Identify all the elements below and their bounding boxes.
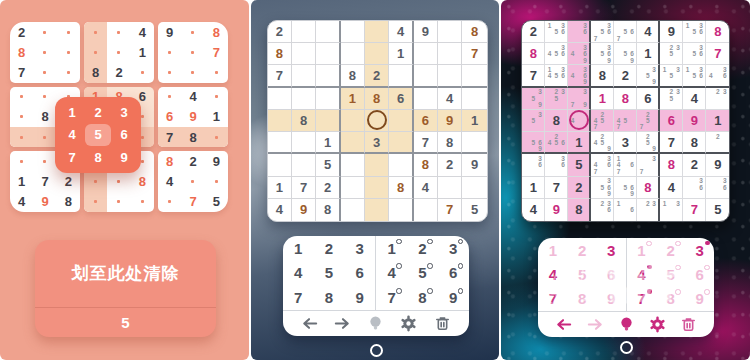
p2-cell-r2c5[interactable] xyxy=(365,43,389,65)
p2-cell-r8c1[interactable]: 1 xyxy=(268,177,292,199)
p2-cell-r5c3[interactable] xyxy=(316,110,340,132)
p3-cell-r4c8[interactable]: 4 xyxy=(683,88,706,110)
pencil-mark-5: 5 xyxy=(553,139,560,145)
p3-cell-r2c6[interactable]: 1 xyxy=(637,43,660,65)
p3-cell-r7c6[interactable]: 37 xyxy=(637,154,660,176)
p2-cell-r1c2[interactable] xyxy=(292,21,316,43)
p1-cell-r1c9[interactable]: 8 xyxy=(205,22,228,42)
p3-cell-r6c6[interactable]: 259 xyxy=(637,132,660,154)
p3-cell-r1c6[interactable]: 4 xyxy=(637,21,660,43)
pad-digit-7[interactable]: 7 xyxy=(294,290,302,305)
p1-cell-r7c1[interactable] xyxy=(10,151,33,171)
pad-digit-4[interactable]: 4 xyxy=(549,267,557,282)
p2-cell-r1c9[interactable]: 8 xyxy=(462,21,486,43)
p1-cell-r7c9[interactable]: 9 xyxy=(205,151,228,171)
p2-cell-r2c4[interactable] xyxy=(341,43,365,65)
p3-cell-r2c7[interactable]: 235 xyxy=(660,43,683,65)
p1-cell-r2c7[interactable] xyxy=(158,42,181,62)
p2-cell-r9c2[interactable]: 9 xyxy=(292,199,316,221)
note-digit-1[interactable]: 1 xyxy=(637,243,645,258)
p3-cell-r5c9[interactable]: 1 xyxy=(706,110,729,132)
p1-cell-r9c4[interactable] xyxy=(84,192,107,212)
p2-cell-r8c4[interactable] xyxy=(341,177,365,199)
p2-cell-r1c5[interactable] xyxy=(365,21,389,43)
pad-digit-6[interactable]: 6 xyxy=(607,267,615,282)
p1-cell-r4c8[interactable]: 4 xyxy=(181,87,204,107)
p2-cell-r8c6[interactable]: 8 xyxy=(389,177,413,199)
note-mode-dot xyxy=(647,289,652,294)
erase-trash-icon[interactable] xyxy=(433,314,452,333)
pad-digit-3[interactable]: 3 xyxy=(607,243,615,258)
p1-cell-r5c7[interactable]: 6 xyxy=(158,107,181,127)
p1-cell-r1c8[interactable] xyxy=(181,22,204,42)
note-digit-5[interactable]: 5 xyxy=(418,265,426,280)
p2-cell-r6c7[interactable]: 7 xyxy=(414,132,438,154)
p3-cell-r8c5[interactable]: 569 xyxy=(614,177,637,199)
p3-cell-r3c2[interactable]: 13456 xyxy=(545,65,568,87)
p3-cell-r2c4[interactable]: 3569 xyxy=(591,43,614,65)
p1-cell-r3c5[interactable]: 2 xyxy=(107,62,130,82)
p2-cell-r3c8[interactable] xyxy=(438,65,462,87)
note-digit-8[interactable]: 8 xyxy=(418,290,426,305)
pad-digit-4[interactable]: 4 xyxy=(294,265,302,280)
popup-digit-3[interactable]: 3 xyxy=(111,101,137,124)
p2-cell-r7c3[interactable]: 5 xyxy=(316,154,340,176)
p1-cell-r6c1[interactable] xyxy=(10,127,33,147)
p2-cell-r8c9[interactable] xyxy=(462,177,486,199)
p3-cell-r7c2[interactable]: 36 xyxy=(545,154,568,176)
p3-cell-r5c8[interactable]: 9 xyxy=(683,110,706,132)
p3-cell-r7c3[interactable]: 5 xyxy=(568,154,591,176)
p2-cell-r6c5[interactable]: 3 xyxy=(365,132,389,154)
p3-cell-r5c2[interactable]: 8 xyxy=(545,110,568,132)
p1-cell-r1c2[interactable] xyxy=(33,22,56,42)
p1-cell-r7c7[interactable]: 8 xyxy=(158,151,181,171)
p3-cell-r8c7[interactable]: 4 xyxy=(660,177,683,199)
p2-cell-r5c2[interactable]: 8 xyxy=(292,110,316,132)
p3-cell-r1c5[interactable]: 567 xyxy=(614,21,637,43)
p1-cell-r9c5[interactable] xyxy=(107,192,130,212)
popup-digit-9[interactable]: 9 xyxy=(111,146,137,169)
p2-cell-r5c1[interactable] xyxy=(268,110,292,132)
p2-cell-r6c9[interactable] xyxy=(462,132,486,154)
p3-cell-r6c7[interactable]: 7 xyxy=(660,132,683,154)
pad-digit-2[interactable]: 2 xyxy=(578,243,586,258)
pencil-mark-6: 6 xyxy=(537,162,544,168)
p1-cell-r9c1[interactable]: 4 xyxy=(10,192,33,212)
p3-cell-r8c9[interactable]: 36 xyxy=(706,177,729,199)
redo-arrow-icon[interactable] xyxy=(333,314,352,333)
redo-arrow-icon[interactable] xyxy=(586,315,605,334)
p1-cell-r2c8[interactable] xyxy=(181,42,204,62)
p2-cell-r4c2[interactable] xyxy=(292,88,316,110)
pencil-mark-2: 2 xyxy=(714,89,721,95)
p3-cell-r9c5[interactable]: 16 xyxy=(614,199,637,221)
pad-digit-7[interactable]: 7 xyxy=(549,291,557,306)
clear-gesture-card[interactable]: 划至此处清除 5 xyxy=(35,240,216,337)
p1-cell-r2c4[interactable] xyxy=(84,42,107,62)
p2-cell-r2c2[interactable] xyxy=(292,43,316,65)
p3-cell-r6c1[interactable]: 569 xyxy=(522,132,545,154)
p2-cell-r9c6[interactable] xyxy=(389,199,413,221)
p3-cell-r7c4[interactable]: 3467 xyxy=(591,154,614,176)
p3-cell-r3c1[interactable]: 7 xyxy=(522,65,545,87)
p3-cell-r6c9[interactable]: 2 xyxy=(706,132,729,154)
p1-cell-r2c3[interactable] xyxy=(57,42,80,62)
p2-cell-r2c1[interactable]: 8 xyxy=(268,43,292,65)
p3-cell-r5c1[interactable]: 35 xyxy=(522,110,545,132)
p1-cell-r1c1[interactable]: 2 xyxy=(10,22,33,42)
p3-cell-r7c7[interactable]: 8 xyxy=(660,154,683,176)
p1-cell-r9c2[interactable]: 9 xyxy=(33,192,56,212)
p1-cell-r3c4[interactable]: 8 xyxy=(84,62,107,82)
p3-cell-r8c3[interactable]: 2 xyxy=(568,177,591,199)
p2-cell-r6c6[interactable] xyxy=(389,132,413,154)
pad-digit-5[interactable]: 5 xyxy=(578,267,586,282)
p3-cell-r2c2[interactable]: 3456 xyxy=(545,43,568,65)
p3-cell-r5c3[interactable]: 4 xyxy=(568,110,591,132)
p2-cell-r7c6[interactable] xyxy=(389,154,413,176)
note-digit-3[interactable]: 3 xyxy=(449,241,457,256)
p1-cell-r3c7[interactable] xyxy=(158,62,181,82)
p3-cell-r6c2[interactable]: 2456 xyxy=(545,132,568,154)
p1-cell-r2c1[interactable]: 8 xyxy=(10,42,33,62)
p1-cell-r5c2[interactable]: 8 xyxy=(33,107,56,127)
note-digit-9[interactable]: 9 xyxy=(449,290,457,305)
pad-digit-2[interactable]: 2 xyxy=(325,241,333,256)
p1-cell-r1c6[interactable]: 4 xyxy=(131,22,154,42)
p2-cell-r2c9[interactable]: 7 xyxy=(462,43,486,65)
p3-cell-r4c1[interactable]: 359 xyxy=(522,88,545,110)
p2-cell-r7c8[interactable]: 2 xyxy=(438,154,462,176)
p3-cell-r9c1[interactable]: 4 xyxy=(522,199,545,221)
p2-cell-r4c3[interactable] xyxy=(316,88,340,110)
p2-cell-r3c4[interactable]: 8 xyxy=(341,65,365,87)
p1-cell-r8c3[interactable]: 2 xyxy=(57,172,80,192)
p2-cell-r4c5[interactable]: 8 xyxy=(365,88,389,110)
p3-cell-r6c3[interactable]: 1 xyxy=(568,132,591,154)
popup-digit-6[interactable]: 6 xyxy=(111,124,137,147)
note-digit-5[interactable]: 5 xyxy=(666,267,674,282)
p1-cell-r8c6[interactable]: 8 xyxy=(131,172,154,192)
p1-cell-r3c6[interactable] xyxy=(131,62,154,82)
undo-arrow-icon[interactable] xyxy=(300,314,319,333)
p3-cell-r1c7[interactable]: 9 xyxy=(660,21,683,43)
p3-cell-r4c3[interactable]: 379 xyxy=(568,88,591,110)
p2-cell-r3c6[interactable] xyxy=(389,65,413,87)
pad-digit-8[interactable]: 8 xyxy=(578,291,586,306)
p3-cell-r9c8[interactable]: 7 xyxy=(683,199,706,221)
p3-cell-r1c9[interactable]: 8 xyxy=(706,21,729,43)
p3-cell-r3c8[interactable]: 1356 xyxy=(683,65,706,87)
p3-cell-r1c3[interactable]: 36 xyxy=(568,21,591,43)
p3-cell-r9c9[interactable]: 5 xyxy=(706,199,729,221)
p3-cell-r4c5[interactable]: 8 xyxy=(614,88,637,110)
p3-cell-r7c5[interactable]: 1467 xyxy=(614,154,637,176)
p2-cell-r9c1[interactable]: 4 xyxy=(268,199,292,221)
note-digit-3[interactable]: 3 xyxy=(696,243,704,258)
pad-digit-8[interactable]: 8 xyxy=(325,290,333,305)
p2-cell-r4c9[interactable] xyxy=(462,88,486,110)
p3-cell-r8c2[interactable]: 7 xyxy=(545,177,568,199)
erase-trash-icon[interactable] xyxy=(679,315,698,334)
p3-cell-r1c4[interactable]: 3567 xyxy=(591,21,614,43)
pad-digit-6[interactable]: 6 xyxy=(356,265,364,280)
pencil-mark-6: 6 xyxy=(698,51,705,57)
p1-cell-r7c2[interactable] xyxy=(33,151,56,171)
note-digit-6[interactable]: 6 xyxy=(449,265,457,280)
p3-cell-r6c5[interactable]: 3 xyxy=(614,132,637,154)
p2-cell-r7c2[interactable] xyxy=(292,154,316,176)
p2-cell-r1c8[interactable] xyxy=(438,21,462,43)
popup-digit-2[interactable]: 2 xyxy=(85,101,111,124)
p1-cell-r4c9[interactable] xyxy=(205,87,228,107)
drag-handle-ring[interactable] xyxy=(370,344,383,357)
p3-cell-r2c9[interactable]: 7 xyxy=(706,43,729,65)
p3-cell-r5c5[interactable]: 457 xyxy=(614,110,637,132)
p3-cell-r3c5[interactable]: 2 xyxy=(614,65,637,87)
p1-cell-r8c8[interactable] xyxy=(181,172,204,192)
p2-cell-r1c6[interactable]: 4 xyxy=(389,21,413,43)
p1-cell-r8c2[interactable]: 7 xyxy=(33,172,56,192)
p3-cell-r7c1[interactable]: 36 xyxy=(522,154,545,176)
p1-cell-r2c9[interactable]: 7 xyxy=(205,42,228,62)
note-digit-2[interactable]: 2 xyxy=(666,243,674,258)
p1-cell-r5c1[interactable] xyxy=(10,107,33,127)
p2-cell-r1c4[interactable] xyxy=(341,21,365,43)
p3-cell-r9c7[interactable]: 13 xyxy=(660,199,683,221)
p3-cell-r4c6[interactable]: 6 xyxy=(637,88,660,110)
p2-cell-r3c2[interactable] xyxy=(292,65,316,87)
p2-cell-r5c5[interactable] xyxy=(365,110,389,132)
pencil-mark-5: 5 xyxy=(622,117,629,123)
p3-cell-r6c8[interactable]: 8 xyxy=(683,132,706,154)
p1-cell-r9c3[interactable]: 8 xyxy=(57,192,80,212)
undo-arrow-icon[interactable] xyxy=(554,315,573,334)
p2-cell-r9c7[interactable] xyxy=(414,199,438,221)
p1-cell-r6c2[interactable] xyxy=(33,127,56,147)
p1-cell-r2c5[interactable] xyxy=(107,42,130,62)
p2-cell-r3c9[interactable] xyxy=(462,65,486,87)
p1-cell-r7c8[interactable]: 2 xyxy=(181,151,204,171)
p1-cell-r6c9[interactable] xyxy=(205,127,228,147)
p1-cell-r4c2[interactable] xyxy=(33,87,56,107)
p2-cell-r2c8[interactable] xyxy=(438,43,462,65)
p3-cell-r4c9[interactable]: 23 xyxy=(706,88,729,110)
p2-cell-r5c4[interactable] xyxy=(341,110,365,132)
hint-bulb-icon[interactable] xyxy=(617,315,636,334)
p3-cell-r2c5[interactable]: 569 xyxy=(614,43,637,65)
p1-cell-r3c2[interactable] xyxy=(33,62,56,82)
popup-digit-7[interactable]: 7 xyxy=(59,146,85,169)
drag-handle-ring[interactable] xyxy=(620,341,633,354)
p2-cell-r8c2[interactable]: 7 xyxy=(292,177,316,199)
p2-cell-r5c7[interactable]: 6 xyxy=(414,110,438,132)
p1-cell-r8c5[interactable] xyxy=(107,172,130,192)
p1-cell-r8c1[interactable]: 1 xyxy=(10,172,33,192)
note-digit-2[interactable]: 2 xyxy=(418,241,426,256)
p2-cell-r6c1[interactable] xyxy=(268,132,292,154)
p3-cell-r5c6[interactable]: 257 xyxy=(637,110,660,132)
pencil-marks: 36 xyxy=(569,22,588,41)
p3-cell-r1c8[interactable]: 1356 xyxy=(683,21,706,43)
p3-cell-r9c6[interactable]: 23 xyxy=(637,199,660,221)
p2-cell-r3c3[interactable] xyxy=(316,65,340,87)
popup-digit-4[interactable]: 4 xyxy=(59,124,85,147)
p3-cell-r4c2[interactable]: 235 xyxy=(545,88,568,110)
p3-cell-r4c7[interactable]: 235 xyxy=(660,88,683,110)
p2-cell-r9c9[interactable]: 5 xyxy=(462,199,486,221)
p2-cell-r2c6[interactable]: 1 xyxy=(389,43,413,65)
p2-cell-r1c7[interactable]: 9 xyxy=(414,21,438,43)
p2-cell-r7c1[interactable] xyxy=(268,154,292,176)
p1-cell-r2c6[interactable]: 1 xyxy=(131,42,154,62)
popup-digit-5[interactable]: 5 xyxy=(85,124,111,147)
pencil-mark-3: 3 xyxy=(675,66,682,72)
given-digit: 1 xyxy=(324,135,331,150)
p2-cell-r8c5[interactable] xyxy=(365,177,389,199)
pad-digit-9[interactable]: 9 xyxy=(607,291,615,306)
pencil-mark-4: 4 xyxy=(546,139,553,145)
p3-cell-r2c3[interactable]: 3469 xyxy=(568,43,591,65)
p3-cell-r7c8[interactable]: 2 xyxy=(683,154,706,176)
note-digit-8[interactable]: 8 xyxy=(666,291,674,306)
p1-cell-r5c8[interactable]: 9 xyxy=(181,107,204,127)
p1-cell-r4c1[interactable] xyxy=(10,87,33,107)
p2-cell-r2c3[interactable] xyxy=(316,43,340,65)
p2-cell-r3c1[interactable]: 7 xyxy=(268,65,292,87)
p2-cell-r7c5[interactable] xyxy=(365,154,389,176)
p3-cell-r6c4[interactable]: 2459 xyxy=(591,132,614,154)
pencil-mark-5: 5 xyxy=(530,117,537,123)
p2-cell-r4c8[interactable]: 4 xyxy=(438,88,462,110)
p2-cell-r4c7[interactable] xyxy=(414,88,438,110)
pad-digit-3[interactable]: 3 xyxy=(356,241,364,256)
pad-digit-1[interactable]: 1 xyxy=(294,241,302,256)
p2-cell-r7c4[interactable] xyxy=(341,154,365,176)
pencil-mark-6: 6 xyxy=(629,207,636,214)
pad-digit-9[interactable]: 9 xyxy=(356,290,364,305)
popup-digit-1[interactable]: 1 xyxy=(59,101,85,124)
pad-digit-1[interactable]: 1 xyxy=(549,243,557,258)
p2-cell-r2c7[interactable] xyxy=(414,43,438,65)
p3-cell-r2c8[interactable]: 356 xyxy=(683,43,706,65)
p1-cell-r1c3[interactable] xyxy=(57,22,80,42)
p1-cell-r9c8[interactable]: 7 xyxy=(181,192,204,212)
p2-cell-r6c3[interactable]: 1 xyxy=(316,132,340,154)
p3-cell-r1c1[interactable]: 2 xyxy=(522,21,545,43)
p2-cell-r6c2[interactable] xyxy=(292,132,316,154)
note-digit-7[interactable]: 7 xyxy=(637,291,645,306)
p2-cell-r7c7[interactable]: 8 xyxy=(414,154,438,176)
p2-cell-r9c4[interactable] xyxy=(341,199,365,221)
p3-cell-r3c6[interactable]: 359 xyxy=(637,65,660,87)
p2-cell-r8c7[interactable]: 4 xyxy=(414,177,438,199)
p1-cell-r6c7[interactable]: 7 xyxy=(158,127,181,147)
p3-cell-r3c7[interactable]: 135 xyxy=(660,65,683,87)
pencil-marks: 2457 xyxy=(592,111,612,130)
note-digit-4[interactable]: 4 xyxy=(387,265,395,280)
p1-cell-r3c3[interactable] xyxy=(57,62,80,82)
p1-cell-r8c7[interactable]: 4 xyxy=(158,172,181,192)
p1-cell-r1c7[interactable]: 9 xyxy=(158,22,181,42)
p3-cell-r1c2[interactable]: 1356 xyxy=(545,21,568,43)
p3-cell-r3c9[interactable]: 346 xyxy=(706,65,729,87)
p2-cell-r1c3[interactable] xyxy=(316,21,340,43)
pad-digit-5[interactable]: 5 xyxy=(325,265,333,280)
p1-cell-r1c4[interactable] xyxy=(84,22,107,42)
p1-cell-r3c1[interactable]: 7 xyxy=(10,62,33,82)
p3-cell-r8c6[interactable]: 8 xyxy=(637,177,660,199)
p2-cell-r5c9[interactable]: 1 xyxy=(462,110,486,132)
p1-cell-r9c7[interactable] xyxy=(158,192,181,212)
p2-cell-r9c5[interactable] xyxy=(365,199,389,221)
p1-cell-r4c7[interactable] xyxy=(158,87,181,107)
p1-cell-r9c9[interactable]: 5 xyxy=(205,192,228,212)
p2-cell-r6c4[interactable] xyxy=(341,132,365,154)
p2-cell-r1c1[interactable]: 2 xyxy=(268,21,292,43)
p2-cell-r8c3[interactable]: 2 xyxy=(316,177,340,199)
p2-cell-r6c8[interactable]: 8 xyxy=(438,132,462,154)
note-digit-7[interactable]: 7 xyxy=(387,290,395,305)
p3-cell-r8c1[interactable]: 1 xyxy=(522,177,545,199)
p2-cell-r5c8[interactable]: 9 xyxy=(438,110,462,132)
user-digit: 8 xyxy=(471,24,478,39)
note-digit-1[interactable]: 1 xyxy=(387,241,395,256)
p1-cell-r8c4[interactable] xyxy=(84,172,107,192)
p1-cell-r5c9[interactable]: 1 xyxy=(205,107,228,127)
note-digit-9[interactable]: 9 xyxy=(696,291,704,306)
hint-bulb-icon[interactable] xyxy=(366,314,385,333)
p3-cell-r9c4[interactable]: 236 xyxy=(591,199,614,221)
user-digit: 8 xyxy=(530,46,537,61)
p2-cell-r4c6[interactable]: 6 xyxy=(389,88,413,110)
p3-cell-r7c9[interactable]: 9 xyxy=(706,154,729,176)
p2-cell-r9c3[interactable]: 8 xyxy=(316,199,340,221)
p1-cell-r3c9[interactable] xyxy=(205,62,228,82)
p3-cell-r8c4[interactable]: 3569 xyxy=(591,177,614,199)
p2-cell-r4c4[interactable]: 1 xyxy=(341,88,365,110)
p2-cell-r7c9[interactable]: 9 xyxy=(462,154,486,176)
p2-cell-r3c5[interactable]: 2 xyxy=(365,65,389,87)
p1-cell-r3c8[interactable] xyxy=(181,62,204,82)
p3-cell-r5c4[interactable]: 2457 xyxy=(591,110,614,132)
popup-digit-8[interactable]: 8 xyxy=(85,146,111,169)
p3-cell-r3c4[interactable]: 8 xyxy=(591,65,614,87)
p2-cell-r3c7[interactable] xyxy=(414,65,438,87)
p3-cell-r8c8[interactable]: 36 xyxy=(683,177,706,199)
note-digit-6[interactable]: 6 xyxy=(696,267,704,282)
p3-cell-r9c2[interactable]: 9 xyxy=(545,199,568,221)
settings-gear-icon[interactable] xyxy=(399,314,418,333)
p3-cell-r3c3[interactable]: 3469 xyxy=(568,65,591,87)
p1-cell-r6c8[interactable]: 8 xyxy=(181,127,204,147)
settings-gear-icon[interactable] xyxy=(648,315,667,334)
p2-cell-r9c8[interactable]: 7 xyxy=(438,199,462,221)
p1-cell-r8c9[interactable] xyxy=(205,172,228,192)
p1-cell-r2c2[interactable] xyxy=(33,42,56,62)
p3-cell-r2c1[interactable]: 8 xyxy=(522,43,545,65)
p1-cell-r9c6[interactable] xyxy=(131,192,154,212)
p2-cell-r5c6[interactable] xyxy=(389,110,413,132)
p1-cell-r1c5[interactable] xyxy=(107,22,130,42)
p2-cell-r8c8[interactable] xyxy=(438,177,462,199)
p3-cell-r4c4[interactable]: 1 xyxy=(591,88,614,110)
p2-cell-r4c1[interactable] xyxy=(268,88,292,110)
p3-cell-r5c7[interactable]: 6 xyxy=(660,110,683,132)
p3-cell-r9c3[interactable]: 8 xyxy=(568,199,591,221)
note-digit-4[interactable]: 4 xyxy=(637,267,645,282)
